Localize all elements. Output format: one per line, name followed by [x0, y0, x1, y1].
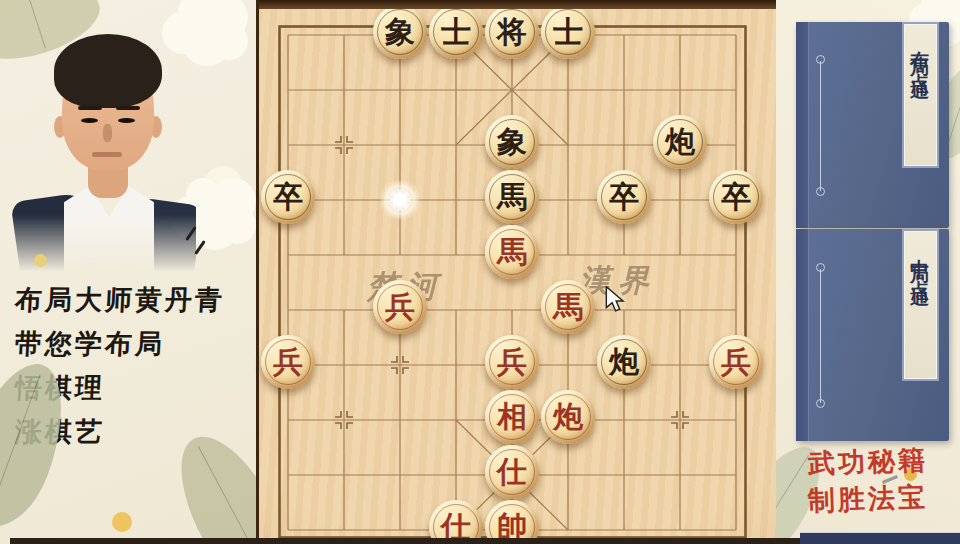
piece-black-r0c5[interactable]: 士: [541, 5, 595, 59]
piece-black-r0c3[interactable]: 士: [429, 5, 483, 59]
highlight-sparkle: [379, 179, 421, 221]
piece-red-r8c4[interactable]: 仕: [485, 445, 539, 499]
xiangqi-board[interactable]: 楚河 漢界 象士将士象炮卒馬卒卒炮馬兵馬兵兵兵相炮仕仕帥: [256, 0, 776, 544]
piece-black-r3c0[interactable]: 卒: [261, 170, 315, 224]
book-opening-guide: 布局一点通: [796, 22, 949, 228]
book-title-label: 布局一点通: [902, 22, 939, 168]
piece-red-r6c0[interactable]: 兵: [261, 335, 315, 389]
piece-black-r0c4[interactable]: 将: [485, 5, 539, 59]
stitch-hole: [816, 55, 825, 64]
presenter-panel: 布局大师黄丹青 带您学布局 悟棋理 涨棋艺: [0, 0, 256, 544]
book-edge: [800, 532, 960, 544]
piece-red-r6c4[interactable]: 兵: [485, 335, 539, 389]
flower-decoration: [178, 0, 212, 28]
piece-layer: 象士将士象炮卒馬卒卒炮馬兵馬兵兵兵相炮仕仕帥: [256, 0, 776, 544]
book-title-label: 中局一点通: [902, 229, 939, 381]
books-panel: 布局一点通 中局一点通 武功秘籍 制胜法宝: [776, 0, 960, 544]
piece-black-r2c4[interactable]: 象: [485, 115, 539, 169]
piece-black-r2c7[interactable]: 炮: [653, 115, 707, 169]
book-title: 中局一点通: [908, 243, 934, 369]
piece-red-r4c4[interactable]: 馬: [485, 225, 539, 279]
board-frame-left: [256, 0, 259, 544]
piece-red-r7c5[interactable]: 炮: [541, 390, 595, 444]
piece-red-r5c2[interactable]: 兵: [373, 280, 427, 334]
dot-decoration: [112, 512, 132, 532]
slogan-line-2: 制胜法宝: [776, 478, 960, 520]
stitch-hole: [816, 263, 825, 272]
board-frame-top: [256, 0, 776, 9]
piece-black-r6c6[interactable]: 炮: [597, 335, 651, 389]
book-stitch: [820, 61, 821, 191]
piece-red-r6c8[interactable]: 兵: [709, 335, 763, 389]
intro-line-1: 布局大师黄丹青: [14, 278, 226, 322]
book-stitch: [820, 269, 821, 403]
slogan-line-1: 武功秘籍: [776, 441, 960, 483]
book-title: 布局一点通: [908, 36, 934, 156]
piece-black-r3c6[interactable]: 卒: [597, 170, 651, 224]
piece-red-r7c4[interactable]: 相: [485, 390, 539, 444]
video-frame: 布局大师黄丹青 带您学布局 悟棋理 涨棋艺: [0, 0, 960, 544]
stitch-hole: [816, 187, 825, 196]
stitch-hole: [816, 399, 825, 408]
piece-red-r5c5[interactable]: 馬: [541, 280, 595, 334]
piece-black-r3c8[interactable]: 卒: [709, 170, 763, 224]
intro-line-2: 带您学布局: [14, 322, 226, 366]
book-spine: [796, 22, 809, 228]
piece-black-r3c4[interactable]: 馬: [485, 170, 539, 224]
flower-decoration: [921, 0, 948, 17]
mouse-cursor: [604, 286, 626, 312]
dot-decoration: [34, 254, 47, 267]
piece-black-r0c2[interactable]: 象: [373, 5, 427, 59]
book-midgame-guide: 中局一点通: [796, 229, 949, 441]
presenter-photo: [12, 28, 196, 274]
bottom-edge-bar: [10, 538, 800, 544]
book-spine: [796, 229, 809, 441]
